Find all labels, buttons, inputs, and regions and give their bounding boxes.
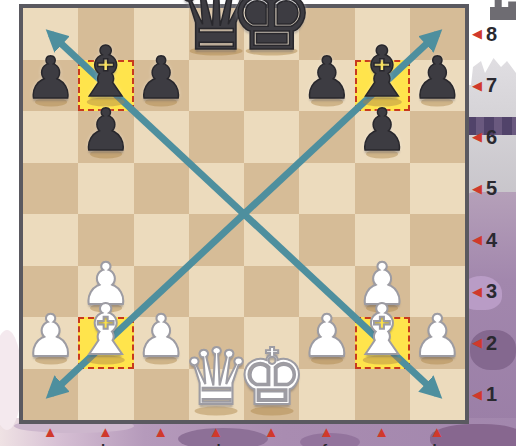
file-triangle-icon: ▲ bbox=[208, 424, 223, 439]
file-letter-f: f bbox=[322, 442, 327, 446]
square-f1[interactable] bbox=[299, 369, 354, 421]
square-b1[interactable] bbox=[78, 369, 133, 421]
square-a5[interactable] bbox=[23, 163, 78, 215]
file-triangle-icon: ▲ bbox=[319, 424, 334, 439]
rank-triangle-icon: ◀ bbox=[472, 27, 482, 40]
square-f6[interactable] bbox=[299, 111, 354, 163]
square-a6[interactable] bbox=[23, 111, 78, 163]
square-d3[interactable] bbox=[189, 266, 244, 318]
square-e5[interactable] bbox=[244, 163, 299, 215]
square-f5[interactable] bbox=[299, 163, 354, 215]
file-triangle-icon: ▲ bbox=[153, 424, 168, 439]
piece-black-pawn-c7[interactable]: ♟ bbox=[135, 49, 187, 107]
square-c4[interactable] bbox=[134, 214, 189, 266]
piece-white-pawn-f2[interactable]: ♟ bbox=[301, 307, 353, 365]
rank-label-2: ◀2 bbox=[472, 331, 497, 355]
rank-triangle-icon: ◀ bbox=[472, 233, 482, 246]
piece-black-pawn-f7[interactable]: ♟ bbox=[301, 49, 353, 107]
file-letter-b: b bbox=[101, 442, 110, 446]
piece-white-king-e1[interactable]: ♚ bbox=[237, 338, 307, 416]
piece-white-bishop-g2[interactable]: ♝ bbox=[351, 295, 414, 365]
piece-white-pawn-a2[interactable]: ♟ bbox=[25, 307, 77, 365]
rank-label-7: ◀7 bbox=[472, 73, 497, 97]
piece-black-pawn-h7[interactable]: ♟ bbox=[411, 49, 463, 107]
piece-white-pawn-h2[interactable]: ♟ bbox=[411, 307, 463, 365]
square-b5[interactable] bbox=[78, 163, 133, 215]
piece-white-pawn-c2[interactable]: ♟ bbox=[135, 307, 187, 365]
rank-number: 4 bbox=[486, 230, 497, 250]
file-triangle-icon: ▲ bbox=[98, 424, 113, 439]
square-a1[interactable] bbox=[23, 369, 78, 421]
rank-triangle-icon: ◀ bbox=[472, 182, 482, 195]
square-c5[interactable] bbox=[134, 163, 189, 215]
rank-label-1: ◀1 bbox=[472, 382, 497, 406]
piece-black-pawn-a7[interactable]: ♟ bbox=[25, 49, 77, 107]
file-triangle-icon: ▲ bbox=[43, 424, 58, 439]
rank-number: 8 bbox=[486, 24, 497, 44]
square-d5[interactable] bbox=[189, 163, 244, 215]
square-g1[interactable] bbox=[355, 369, 410, 421]
castle-silhouette bbox=[490, 0, 516, 20]
rank-number: 6 bbox=[486, 127, 497, 147]
chess-board: ♛♚♟♝♟♟♝♟♟♟♟♟♟♝♟♟♝♟♛♚ bbox=[19, 4, 469, 424]
rank-number: 5 bbox=[486, 178, 497, 198]
rank-label-4: ◀4 bbox=[472, 228, 497, 252]
file-triangle-icon: ▲ bbox=[264, 424, 279, 439]
rank-triangle-icon: ◀ bbox=[472, 130, 482, 143]
rank-triangle-icon: ◀ bbox=[472, 388, 482, 401]
square-a4[interactable] bbox=[23, 214, 78, 266]
file-triangle-icon: ▲ bbox=[429, 424, 444, 439]
file-letter-d: d bbox=[211, 442, 220, 446]
square-h6[interactable] bbox=[410, 111, 465, 163]
piece-white-bishop-b2[interactable]: ♝ bbox=[74, 295, 137, 365]
square-d6[interactable] bbox=[189, 111, 244, 163]
rank-label-6: ◀6 bbox=[472, 125, 497, 149]
rank-label-5: ◀5 bbox=[472, 176, 497, 200]
square-h1[interactable] bbox=[410, 369, 465, 421]
piece-black-pawn-g6[interactable]: ♟ bbox=[356, 101, 408, 159]
file-letter-g: g bbox=[377, 442, 386, 446]
rank-number: 7 bbox=[486, 75, 497, 95]
square-e6[interactable] bbox=[244, 111, 299, 163]
chess-lesson-screenshot: ♛♚♟♝♟♟♝♟♟♟♟♟♟♝♟♟♝♟♛♚ ◀8◀7◀6◀5◀4◀3◀2◀1 ▲a… bbox=[0, 0, 516, 446]
square-g5[interactable] bbox=[355, 163, 410, 215]
square-d4[interactable] bbox=[189, 214, 244, 266]
rank-number: 3 bbox=[486, 281, 497, 301]
file-letter-e: e bbox=[267, 442, 275, 446]
rank-triangle-icon: ◀ bbox=[472, 336, 482, 349]
rank-number: 1 bbox=[486, 384, 497, 404]
file-letter-h: h bbox=[432, 442, 441, 446]
rank-label-8: ◀8 bbox=[472, 22, 497, 46]
square-e4[interactable] bbox=[244, 214, 299, 266]
piece-black-pawn-b6[interactable]: ♟ bbox=[80, 101, 132, 159]
rank-label-3: ◀3 bbox=[472, 279, 497, 303]
square-c6[interactable] bbox=[134, 111, 189, 163]
file-letter-a: a bbox=[46, 442, 54, 446]
file-triangle-icon: ▲ bbox=[374, 424, 389, 439]
square-h5[interactable] bbox=[410, 163, 465, 215]
square-e3[interactable] bbox=[244, 266, 299, 318]
rank-number: 2 bbox=[486, 333, 497, 353]
rank-triangle-icon: ◀ bbox=[472, 285, 482, 298]
square-f4[interactable] bbox=[299, 214, 354, 266]
rank-triangle-icon: ◀ bbox=[472, 79, 482, 92]
square-h4[interactable] bbox=[410, 214, 465, 266]
file-letter-c: c bbox=[156, 442, 164, 446]
